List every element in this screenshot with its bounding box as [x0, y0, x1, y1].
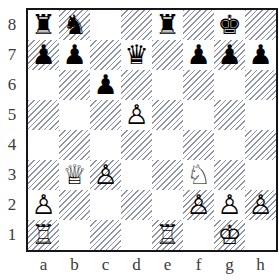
square-a6[interactable]: [28, 70, 59, 100]
square-e7[interactable]: [152, 40, 183, 70]
square-h7[interactable]: ♟: [245, 40, 276, 70]
black-pawn-piece: ♟: [93, 71, 117, 98]
rank-label-7: 7: [0, 40, 24, 70]
rank-label-6: 6: [0, 70, 24, 100]
square-d8[interactable]: [121, 10, 152, 40]
square-d5[interactable]: ♙: [121, 100, 152, 130]
black-pawn-piece: ♟: [62, 41, 86, 68]
square-g4[interactable]: [214, 130, 245, 160]
square-b2[interactable]: [59, 190, 90, 220]
file-label-c: c: [90, 252, 121, 278]
white-pawn-piece: ♙: [124, 101, 148, 128]
white-pawn-piece: ♙: [93, 161, 117, 188]
file-labels: abcdefgh: [28, 252, 276, 278]
white-pawn-piece: ♙: [31, 191, 55, 218]
square-e8[interactable]: ♜: [152, 10, 183, 40]
square-a3[interactable]: [28, 160, 59, 190]
white-queen-piece: ♕: [62, 161, 86, 188]
square-b5[interactable]: [59, 100, 90, 130]
square-h8[interactable]: [245, 10, 276, 40]
white-pawn-piece: ♙: [186, 191, 210, 218]
rank-label-3: 3: [0, 160, 24, 190]
square-a1[interactable]: ♖: [28, 220, 59, 250]
rank-labels: 87654321: [0, 10, 24, 250]
square-e6[interactable]: [152, 70, 183, 100]
square-e2[interactable]: [152, 190, 183, 220]
black-king-piece: ♚: [217, 11, 241, 38]
file-label-f: f: [183, 252, 214, 278]
rank-label-2: 2: [0, 190, 24, 220]
square-a7[interactable]: ♟: [28, 40, 59, 70]
square-h4[interactable]: [245, 130, 276, 160]
square-g6[interactable]: [214, 70, 245, 100]
chess-diagram: 87654321 ♜♞♜♚♟♟♛♟♟♟♟♙♕♙♘♙♙♙♙♖♖♔ abcdefgh: [0, 0, 279, 280]
black-pawn-piece: ♟: [186, 41, 210, 68]
square-g3[interactable]: [214, 160, 245, 190]
square-h2[interactable]: ♙: [245, 190, 276, 220]
file-label-e: e: [152, 252, 183, 278]
square-f8[interactable]: [183, 10, 214, 40]
square-e1[interactable]: ♖: [152, 220, 183, 250]
square-c1[interactable]: [90, 220, 121, 250]
square-f7[interactable]: ♟: [183, 40, 214, 70]
square-h1[interactable]: [245, 220, 276, 250]
square-h3[interactable]: [245, 160, 276, 190]
white-rook-piece: ♖: [31, 221, 55, 248]
square-d1[interactable]: [121, 220, 152, 250]
square-c8[interactable]: [90, 10, 121, 40]
black-pawn-piece: ♟: [248, 41, 272, 68]
rank-label-1: 1: [0, 220, 24, 250]
square-b1[interactable]: [59, 220, 90, 250]
square-c4[interactable]: [90, 130, 121, 160]
white-rook-piece: ♖: [155, 221, 179, 248]
square-h5[interactable]: [245, 100, 276, 130]
square-a8[interactable]: ♜: [28, 10, 59, 40]
white-pawn-piece: ♙: [217, 191, 241, 218]
square-f5[interactable]: [183, 100, 214, 130]
rank-label-5: 5: [0, 100, 24, 130]
file-label-b: b: [59, 252, 90, 278]
square-c5[interactable]: [90, 100, 121, 130]
square-f1[interactable]: [183, 220, 214, 250]
square-c3[interactable]: ♙: [90, 160, 121, 190]
white-knight-piece: ♘: [186, 161, 210, 188]
square-a4[interactable]: [28, 130, 59, 160]
square-d4[interactable]: [121, 130, 152, 160]
square-g2[interactable]: ♙: [214, 190, 245, 220]
square-g8[interactable]: ♚: [214, 10, 245, 40]
black-knight-piece: ♞: [62, 11, 86, 38]
white-king-piece: ♔: [217, 221, 241, 248]
square-b7[interactable]: ♟: [59, 40, 90, 70]
file-label-g: g: [214, 252, 245, 278]
square-d3[interactable]: [121, 160, 152, 190]
square-e4[interactable]: [152, 130, 183, 160]
file-label-a: a: [28, 252, 59, 278]
square-h6[interactable]: [245, 70, 276, 100]
square-f2[interactable]: ♙: [183, 190, 214, 220]
square-c6[interactable]: ♟: [90, 70, 121, 100]
square-e3[interactable]: [152, 160, 183, 190]
black-rook-piece: ♜: [31, 11, 55, 38]
square-c7[interactable]: [90, 40, 121, 70]
chess-board[interactable]: ♜♞♜♚♟♟♛♟♟♟♟♙♕♙♘♙♙♙♙♖♖♔: [26, 8, 278, 252]
square-g5[interactable]: [214, 100, 245, 130]
square-a2[interactable]: ♙: [28, 190, 59, 220]
square-d2[interactable]: [121, 190, 152, 220]
square-f4[interactable]: [183, 130, 214, 160]
black-pawn-piece: ♟: [217, 41, 241, 68]
rank-label-4: 4: [0, 130, 24, 160]
square-a5[interactable]: [28, 100, 59, 130]
white-pawn-piece: ♙: [248, 191, 272, 218]
file-label-h: h: [245, 252, 276, 278]
rank-label-8: 8: [0, 10, 24, 40]
square-c2[interactable]: [90, 190, 121, 220]
black-rook-piece: ♜: [155, 11, 179, 38]
square-g7[interactable]: ♟: [214, 40, 245, 70]
black-queen-piece: ♛: [124, 41, 148, 68]
square-f6[interactable]: [183, 70, 214, 100]
black-pawn-piece: ♟: [31, 41, 55, 68]
square-b8[interactable]: ♞: [59, 10, 90, 40]
square-b6[interactable]: [59, 70, 90, 100]
square-b4[interactable]: [59, 130, 90, 160]
square-d6[interactable]: [121, 70, 152, 100]
square-b3[interactable]: ♕: [59, 160, 90, 190]
square-g1[interactable]: ♔: [214, 220, 245, 250]
square-d7[interactable]: ♛: [121, 40, 152, 70]
file-label-d: d: [121, 252, 152, 278]
square-e5[interactable]: [152, 100, 183, 130]
square-f3[interactable]: ♘: [183, 160, 214, 190]
